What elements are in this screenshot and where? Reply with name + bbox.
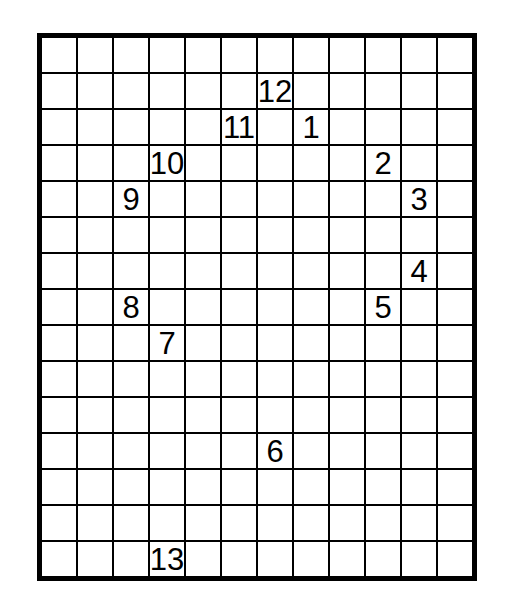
cell-r11c9[interactable] — [329, 397, 365, 433]
cell-r3c9[interactable] — [329, 109, 365, 145]
clue-cell-r12c7: 6 — [257, 433, 293, 469]
cell-r15c1[interactable] — [41, 541, 77, 577]
cell-r2c11[interactable] — [401, 73, 437, 109]
cell-r9c5[interactable] — [185, 325, 221, 361]
cell-r9c3[interactable] — [113, 325, 149, 361]
cell-r13c3[interactable] — [113, 469, 149, 505]
cell-r2c5[interactable] — [185, 73, 221, 109]
cell-r3c12[interactable] — [437, 109, 473, 145]
cell-r4c1[interactable] — [41, 145, 77, 181]
clue-cell-r2c7: 12 — [257, 73, 293, 109]
cell-r7c3[interactable] — [113, 253, 149, 289]
cell-r2c4[interactable] — [149, 73, 185, 109]
cell-r13c1[interactable] — [41, 469, 77, 505]
cell-r9c7[interactable] — [257, 325, 293, 361]
cell-r14c10[interactable] — [365, 505, 401, 541]
clue-cell-r4c4: 10 — [149, 145, 185, 181]
cell-r10c4[interactable] — [149, 361, 185, 397]
cell-r15c2[interactable] — [77, 541, 113, 577]
cell-r1c6[interactable] — [221, 37, 257, 73]
cell-r12c5[interactable] — [185, 433, 221, 469]
cell-r15c3[interactable] — [113, 541, 149, 577]
cell-r9c11[interactable] — [401, 325, 437, 361]
cell-r1c7[interactable] — [257, 37, 293, 73]
cell-r8c6[interactable] — [221, 289, 257, 325]
cell-r8c11[interactable] — [401, 289, 437, 325]
cell-r11c6[interactable] — [221, 397, 257, 433]
cell-r8c12[interactable] — [437, 289, 473, 325]
clue-cell-r15c4: 13 — [149, 541, 185, 577]
cell-r10c9[interactable] — [329, 361, 365, 397]
cell-r8c4[interactable] — [149, 289, 185, 325]
cell-r15c5[interactable] — [185, 541, 221, 577]
cell-r4c7[interactable] — [257, 145, 293, 181]
cell-r11c1[interactable] — [41, 397, 77, 433]
cell-r6c8[interactable] — [293, 217, 329, 253]
cell-r14c1[interactable] — [41, 505, 77, 541]
cell-r5c6[interactable] — [221, 181, 257, 217]
clue-cell-r9c4: 7 — [149, 325, 185, 361]
cell-r3c3[interactable] — [113, 109, 149, 145]
cell-r15c8[interactable] — [293, 541, 329, 577]
cell-r8c5[interactable] — [185, 289, 221, 325]
cell-r12c10[interactable] — [365, 433, 401, 469]
cell-r15c10[interactable] — [365, 541, 401, 577]
cell-r12c3[interactable] — [113, 433, 149, 469]
cell-r14c5[interactable] — [185, 505, 221, 541]
cell-r13c6[interactable] — [221, 469, 257, 505]
clue-cell-r8c10: 5 — [365, 289, 401, 325]
cell-r10c10[interactable] — [365, 361, 401, 397]
cell-r8c9[interactable] — [329, 289, 365, 325]
cell-r1c2[interactable] — [77, 37, 113, 73]
cell-r8c7[interactable] — [257, 289, 293, 325]
cell-r11c7[interactable] — [257, 397, 293, 433]
cell-r6c4[interactable] — [149, 217, 185, 253]
cell-r2c12[interactable] — [437, 73, 473, 109]
cell-r13c9[interactable] — [329, 469, 365, 505]
cell-r13c11[interactable] — [401, 469, 437, 505]
cell-r6c9[interactable] — [329, 217, 365, 253]
cell-r3c5[interactable] — [185, 109, 221, 145]
cell-r15c6[interactable] — [221, 541, 257, 577]
cell-r13c5[interactable] — [185, 469, 221, 505]
clue-cell-r5c11: 3 — [401, 181, 437, 217]
cell-r5c1[interactable] — [41, 181, 77, 217]
cell-r12c11[interactable] — [401, 433, 437, 469]
clue-cell-r3c6: 11 — [221, 109, 257, 145]
cell-r11c3[interactable] — [113, 397, 149, 433]
cell-r10c6[interactable] — [221, 361, 257, 397]
cell-r8c2[interactable] — [77, 289, 113, 325]
cell-r11c8[interactable] — [293, 397, 329, 433]
cell-r3c2[interactable] — [77, 109, 113, 145]
cell-r7c6[interactable] — [221, 253, 257, 289]
cell-r7c2[interactable] — [77, 253, 113, 289]
cell-r9c1[interactable] — [41, 325, 77, 361]
cell-r4c3[interactable] — [113, 145, 149, 181]
cell-r4c8[interactable] — [293, 145, 329, 181]
cell-r5c7[interactable] — [257, 181, 293, 217]
cell-r6c11[interactable] — [401, 217, 437, 253]
cell-r6c3[interactable] — [113, 217, 149, 253]
cell-r7c9[interactable] — [329, 253, 365, 289]
cell-r5c2[interactable] — [77, 181, 113, 217]
cell-r14c7[interactable] — [257, 505, 293, 541]
cell-r14c9[interactable] — [329, 505, 365, 541]
cell-r13c7[interactable] — [257, 469, 293, 505]
cell-r5c8[interactable] — [293, 181, 329, 217]
cell-r15c11[interactable] — [401, 541, 437, 577]
cell-r11c11[interactable] — [401, 397, 437, 433]
cell-r6c2[interactable] — [77, 217, 113, 253]
cell-r6c1[interactable] — [41, 217, 77, 253]
cell-r7c10[interactable] — [365, 253, 401, 289]
cell-r12c1[interactable] — [41, 433, 77, 469]
cell-r3c11[interactable] — [401, 109, 437, 145]
cell-r2c2[interactable] — [77, 73, 113, 109]
cell-r13c10[interactable] — [365, 469, 401, 505]
cell-r12c12[interactable] — [437, 433, 473, 469]
cell-r3c7[interactable] — [257, 109, 293, 145]
cell-r1c4[interactable] — [149, 37, 185, 73]
cell-r4c6[interactable] — [221, 145, 257, 181]
cell-r7c1[interactable] — [41, 253, 77, 289]
cell-r3c4[interactable] — [149, 109, 185, 145]
cell-r7c5[interactable] — [185, 253, 221, 289]
cell-r6c10[interactable] — [365, 217, 401, 253]
cell-r12c4[interactable] — [149, 433, 185, 469]
cell-r2c9[interactable] — [329, 73, 365, 109]
cell-r9c2[interactable] — [77, 325, 113, 361]
cell-r13c8[interactable] — [293, 469, 329, 505]
cell-r10c3[interactable] — [113, 361, 149, 397]
cell-r4c2[interactable] — [77, 145, 113, 181]
clue-cell-r7c11: 4 — [401, 253, 437, 289]
cell-r12c6[interactable] — [221, 433, 257, 469]
cell-r7c8[interactable] — [293, 253, 329, 289]
cell-r8c8[interactable] — [293, 289, 329, 325]
cell-r9c9[interactable] — [329, 325, 365, 361]
cell-r3c1[interactable] — [41, 109, 77, 145]
cell-r4c11[interactable] — [401, 145, 437, 181]
cell-r11c2[interactable] — [77, 397, 113, 433]
puzzle-board: 12111102934857613 — [37, 33, 477, 581]
clue-cell-r5c3: 9 — [113, 181, 149, 217]
cell-r4c9[interactable] — [329, 145, 365, 181]
cell-r7c12[interactable] — [437, 253, 473, 289]
cell-r1c5[interactable] — [185, 37, 221, 73]
cell-r6c6[interactable] — [221, 217, 257, 253]
cell-r14c11[interactable] — [401, 505, 437, 541]
cell-r15c12[interactable] — [437, 541, 473, 577]
cell-r11c4[interactable] — [149, 397, 185, 433]
cell-r12c2[interactable] — [77, 433, 113, 469]
cell-r2c1[interactable] — [41, 73, 77, 109]
cell-r11c5[interactable] — [185, 397, 221, 433]
cell-r5c5[interactable] — [185, 181, 221, 217]
clue-cell-r3c8: 1 — [293, 109, 329, 145]
cell-r9c6[interactable] — [221, 325, 257, 361]
cell-r14c4[interactable] — [149, 505, 185, 541]
cell-r10c8[interactable] — [293, 361, 329, 397]
cell-r13c4[interactable] — [149, 469, 185, 505]
clue-cell-r8c3: 8 — [113, 289, 149, 325]
cell-r10c12[interactable] — [437, 361, 473, 397]
cell-r9c8[interactable] — [293, 325, 329, 361]
cell-r2c6[interactable] — [221, 73, 257, 109]
cell-r5c12[interactable] — [437, 181, 473, 217]
cell-r15c7[interactable] — [257, 541, 293, 577]
cell-r2c10[interactable] — [365, 73, 401, 109]
cell-r10c11[interactable] — [401, 361, 437, 397]
cell-r8c1[interactable] — [41, 289, 77, 325]
cell-r11c12[interactable] — [437, 397, 473, 433]
cell-r14c2[interactable] — [77, 505, 113, 541]
cell-r14c12[interactable] — [437, 505, 473, 541]
cell-r6c7[interactable] — [257, 217, 293, 253]
cell-r13c12[interactable] — [437, 469, 473, 505]
cell-r9c12[interactable] — [437, 325, 473, 361]
cell-r10c2[interactable] — [77, 361, 113, 397]
cell-r6c5[interactable] — [185, 217, 221, 253]
cell-r10c1[interactable] — [41, 361, 77, 397]
cell-r14c6[interactable] — [221, 505, 257, 541]
cell-r11c10[interactable] — [365, 397, 401, 433]
cell-r1c3[interactable] — [113, 37, 149, 73]
cell-r10c7[interactable] — [257, 361, 293, 397]
cell-r5c10[interactable] — [365, 181, 401, 217]
cell-r7c7[interactable] — [257, 253, 293, 289]
cell-r14c3[interactable] — [113, 505, 149, 541]
cell-r1c10[interactable] — [365, 37, 401, 73]
cell-r13c2[interactable] — [77, 469, 113, 505]
cell-r15c9[interactable] — [329, 541, 365, 577]
cell-r5c4[interactable] — [149, 181, 185, 217]
cell-r1c12[interactable] — [437, 37, 473, 73]
cell-r7c4[interactable] — [149, 253, 185, 289]
cell-r1c1[interactable] — [41, 37, 77, 73]
cell-r9c10[interactable] — [365, 325, 401, 361]
cell-r1c11[interactable] — [401, 37, 437, 73]
cell-r4c5[interactable] — [185, 145, 221, 181]
cell-r2c8[interactable] — [293, 73, 329, 109]
cell-r1c9[interactable] — [329, 37, 365, 73]
cell-r4c12[interactable] — [437, 145, 473, 181]
clue-cell-r4c10: 2 — [365, 145, 401, 181]
cell-r5c9[interactable] — [329, 181, 365, 217]
cell-r3c10[interactable] — [365, 109, 401, 145]
cell-r2c3[interactable] — [113, 73, 149, 109]
cell-r10c5[interactable] — [185, 361, 221, 397]
cell-r12c8[interactable] — [293, 433, 329, 469]
cell-r1c8[interactable] — [293, 37, 329, 73]
cell-r14c8[interactable] — [293, 505, 329, 541]
cell-r6c12[interactable] — [437, 217, 473, 253]
cell-r12c9[interactable] — [329, 433, 365, 469]
